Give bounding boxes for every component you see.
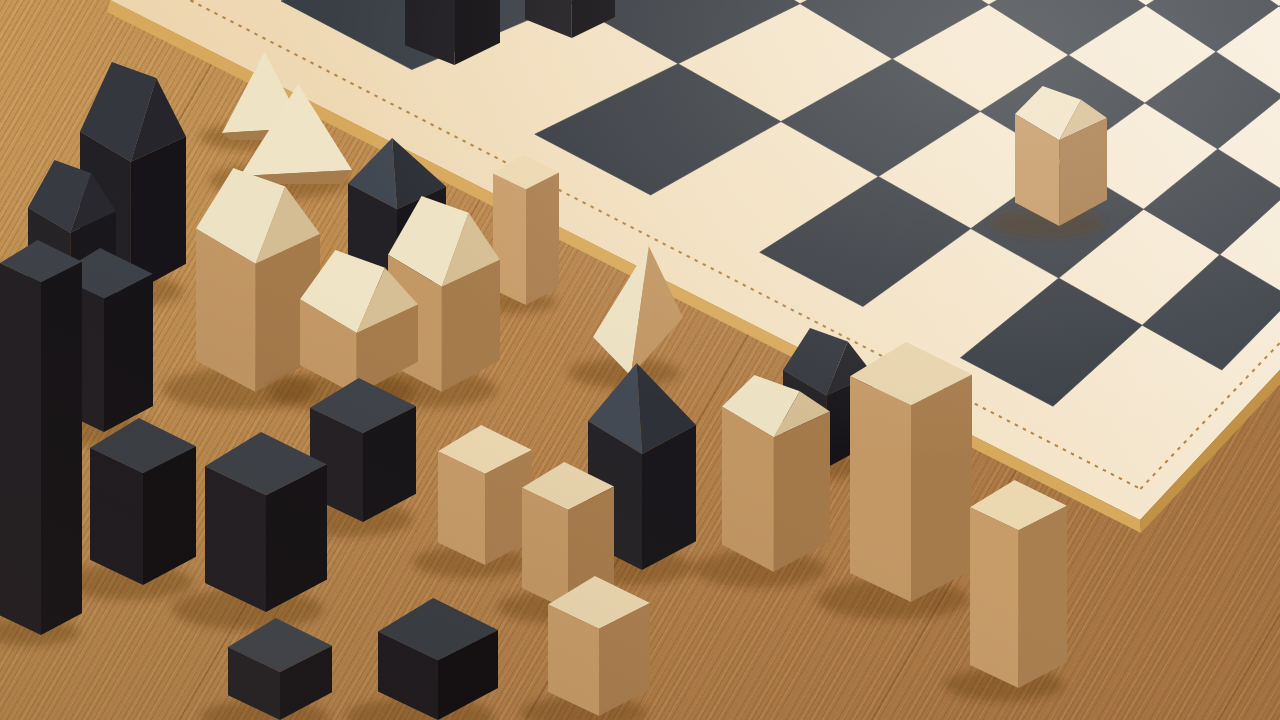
piece-black-block-bottom-b bbox=[346, 598, 498, 720]
piece-black-column-far-left bbox=[0, 240, 82, 646]
piece-oak-house-left bbox=[163, 168, 321, 410]
chess-scene bbox=[0, 0, 1280, 720]
piece-oak-cube-a bbox=[413, 425, 532, 578]
piece-oak-pentagon-block bbox=[693, 375, 830, 587]
piece-black-block-bottom-a bbox=[200, 618, 332, 720]
chess-set-photo bbox=[0, 0, 1280, 720]
